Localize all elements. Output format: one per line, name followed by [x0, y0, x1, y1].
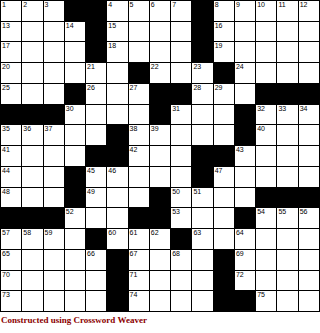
grid-cell[interactable]: [65, 250, 85, 270]
clue-number: 28: [193, 84, 201, 92]
grid-cell[interactable]: 16: [214, 22, 234, 42]
clue-number: 19: [215, 42, 223, 50]
black-cell: [86, 229, 106, 249]
grid-cell[interactable]: 33: [277, 105, 297, 125]
clue-number: 10: [257, 1, 265, 9]
grid-cell[interactable]: [256, 250, 276, 270]
clue-number: 31: [172, 105, 180, 113]
clue-number: 29: [215, 84, 223, 92]
grid-cell[interactable]: [44, 291, 64, 311]
grid-cell[interactable]: 65: [1, 250, 21, 270]
grid-cell[interactable]: [65, 63, 85, 83]
black-cell: [171, 84, 191, 104]
grid-cell[interactable]: [277, 291, 297, 311]
black-cell: [107, 146, 127, 166]
grid-cell[interactable]: [22, 42, 42, 62]
grid-cell[interactable]: [44, 250, 64, 270]
clue-number: 17: [2, 42, 10, 50]
black-cell: [86, 22, 106, 42]
grid-cell[interactable]: [44, 22, 64, 42]
grid-cell[interactable]: 59: [44, 229, 64, 249]
grid-cell[interactable]: [299, 229, 319, 249]
grid-cell[interactable]: [277, 229, 297, 249]
grid-cell[interactable]: [277, 125, 297, 145]
grid-cell[interactable]: [65, 125, 85, 145]
clue-number: 41: [2, 146, 10, 154]
grid-cell[interactable]: [22, 271, 42, 291]
grid-cell[interactable]: 38: [129, 125, 149, 145]
grid-cell[interactable]: 41: [1, 146, 21, 166]
grid-cell[interactable]: [150, 146, 170, 166]
clue-number: 25: [2, 84, 10, 92]
grid-cell[interactable]: [150, 22, 170, 42]
grid-cell[interactable]: [171, 42, 191, 62]
grid-cell[interactable]: 11: [277, 1, 297, 21]
grid-cell[interactable]: [235, 42, 255, 62]
grid-cell[interactable]: 54: [256, 208, 276, 228]
grid-cell[interactable]: 46: [107, 167, 127, 187]
grid-cell[interactable]: 28: [192, 84, 212, 104]
black-cell: [107, 271, 127, 291]
clue-number: 4: [108, 1, 112, 9]
clue-number: 8: [215, 1, 219, 9]
black-cell: [22, 105, 42, 125]
grid-cell[interactable]: 42: [129, 146, 149, 166]
grid-cell[interactable]: 44: [1, 167, 21, 187]
black-cell: [214, 250, 234, 270]
grid-cell[interactable]: [22, 84, 42, 104]
clue-number: 71: [130, 271, 138, 279]
clue-number: 50: [172, 188, 180, 196]
grid-cell[interactable]: [107, 188, 127, 208]
grid-cell[interactable]: 58: [22, 229, 42, 249]
credit-text: Constructed using Crossword Weaver: [1, 315, 320, 325]
grid-cell[interactable]: [44, 84, 64, 104]
grid-cell[interactable]: 37: [44, 125, 64, 145]
grid-cell[interactable]: 26: [86, 84, 106, 104]
clue-number: 11: [278, 1, 285, 9]
clue-number: 60: [108, 229, 116, 237]
clue-number: 49: [87, 188, 95, 196]
grid-cell[interactable]: [214, 229, 234, 249]
grid-cell[interactable]: [129, 188, 149, 208]
black-cell: [192, 1, 212, 21]
grid-cell[interactable]: [107, 105, 127, 125]
grid-cell[interactable]: 35: [1, 125, 21, 145]
grid-cell[interactable]: 15: [107, 22, 127, 42]
grid-cell[interactable]: 64: [235, 229, 255, 249]
grid-cell[interactable]: 30: [65, 105, 85, 125]
clue-number: 42: [130, 146, 138, 154]
black-cell: [129, 208, 149, 228]
clue-number: 43: [236, 146, 244, 154]
clue-number: 14: [66, 22, 74, 30]
grid-cell[interactable]: [256, 271, 276, 291]
grid-cell[interactable]: [44, 42, 64, 62]
clue-number: 38: [130, 125, 138, 133]
grid-cell[interactable]: [277, 63, 297, 83]
clue-number: 68: [172, 250, 180, 258]
clue-number: 22: [151, 63, 159, 71]
grid-cell[interactable]: 69: [235, 250, 255, 270]
clue-number: 48: [2, 188, 10, 196]
grid-cell[interactable]: 4: [107, 1, 127, 21]
grid-cell[interactable]: 53: [171, 208, 191, 228]
clue-number: 59: [45, 229, 53, 237]
clue-number: 2: [23, 1, 27, 9]
grid-cell[interactable]: 34: [299, 105, 319, 125]
grid-cell[interactable]: 74: [129, 291, 149, 311]
black-cell: [150, 188, 170, 208]
clue-number: 67: [130, 250, 138, 258]
clue-number: 69: [236, 250, 244, 258]
clue-number: 65: [2, 250, 10, 258]
black-cell: [235, 105, 255, 125]
grid-cell[interactable]: [150, 291, 170, 311]
black-cell: [192, 167, 212, 187]
clue-number: 36: [23, 125, 31, 133]
grid-cell[interactable]: 23: [192, 63, 212, 83]
grid-cell[interactable]: 50: [171, 188, 191, 208]
grid-cell[interactable]: 39: [150, 125, 170, 145]
clue-number: 64: [236, 229, 244, 237]
black-cell: [171, 229, 191, 249]
grid-cell[interactable]: [171, 291, 191, 311]
black-cell: [65, 1, 85, 21]
grid-cell[interactable]: 13: [1, 22, 21, 42]
clue-number: 23: [193, 63, 201, 71]
grid-cell[interactable]: [107, 63, 127, 83]
black-cell: [65, 84, 85, 104]
black-cell: [150, 84, 170, 104]
grid-cell[interactable]: [150, 167, 170, 187]
clue-number: 21: [87, 63, 95, 71]
grid-cell[interactable]: [277, 22, 297, 42]
grid-cell[interactable]: 12: [299, 1, 319, 21]
clue-number: 7: [172, 1, 176, 9]
clue-number: 75: [257, 291, 265, 299]
grid-cell[interactable]: 75: [256, 291, 276, 311]
grid-cell[interactable]: [22, 167, 42, 187]
grid-cell[interactable]: [235, 84, 255, 104]
black-cell: [256, 84, 276, 104]
grid-cell[interactable]: [299, 271, 319, 291]
grid-cell[interactable]: 5: [129, 1, 149, 21]
grid-cell[interactable]: [235, 167, 255, 187]
grid-cell[interactable]: [86, 208, 106, 228]
black-cell: [192, 22, 212, 42]
grid-cell[interactable]: [44, 188, 64, 208]
clue-number: 12: [300, 1, 308, 9]
grid-cell[interactable]: 10: [256, 1, 276, 21]
clue-number: 13: [2, 22, 10, 30]
black-cell: [65, 188, 85, 208]
grid-cell[interactable]: 14: [65, 22, 85, 42]
grid-cell[interactable]: [129, 167, 149, 187]
grid-cell[interactable]: [22, 22, 42, 42]
grid-cell[interactable]: [65, 229, 85, 249]
grid-cell[interactable]: [171, 63, 191, 83]
clue-number: 63: [193, 229, 201, 237]
clue-number: 35: [2, 125, 10, 133]
grid-cell[interactable]: 61: [129, 229, 149, 249]
grid-cell[interactable]: 57: [1, 229, 21, 249]
crossword-page: 1234567891011121314151617181920212223242…: [0, 0, 320, 333]
grid-cell[interactable]: 22: [150, 63, 170, 83]
clue-number: 46: [108, 167, 116, 175]
clue-number: 40: [257, 125, 265, 133]
black-cell: [277, 84, 297, 104]
grid-cell[interactable]: [299, 125, 319, 145]
black-cell: [1, 208, 21, 228]
grid-cell[interactable]: [65, 291, 85, 311]
grid-cell[interactable]: 43: [235, 146, 255, 166]
grid-cell[interactable]: [192, 291, 212, 311]
grid-cell[interactable]: 52: [65, 208, 85, 228]
grid-cell[interactable]: [299, 42, 319, 62]
clue-number: 24: [236, 63, 244, 71]
grid-cell[interactable]: 55: [277, 208, 297, 228]
grid-cell[interactable]: 66: [86, 250, 106, 270]
black-cell: [1, 105, 21, 125]
black-cell: [44, 208, 64, 228]
grid-cell[interactable]: [171, 167, 191, 187]
black-cell: [129, 63, 149, 83]
black-cell: [277, 188, 297, 208]
black-cell: [107, 291, 127, 311]
grid-cell[interactable]: [22, 146, 42, 166]
grid-cell[interactable]: [299, 22, 319, 42]
grid-cell[interactable]: 67: [129, 250, 149, 270]
grid-cell[interactable]: [44, 167, 64, 187]
grid-cell[interactable]: [277, 167, 297, 187]
grid-cell[interactable]: 1: [1, 1, 21, 21]
grid-cell[interactable]: [129, 22, 149, 42]
grid-cell[interactable]: [277, 271, 297, 291]
grid-cell[interactable]: [277, 146, 297, 166]
black-cell: [299, 84, 319, 104]
clue-number: 56: [300, 208, 308, 216]
grid-cell[interactable]: [150, 271, 170, 291]
black-cell: [192, 42, 212, 62]
black-cell: [86, 1, 106, 21]
black-cell: [65, 167, 85, 187]
black-cell: [107, 125, 127, 145]
black-cell: [299, 188, 319, 208]
grid-cell[interactable]: [107, 84, 127, 104]
grid-cell[interactable]: 68: [171, 250, 191, 270]
grid-cell[interactable]: [277, 250, 297, 270]
clue-number: 6: [151, 1, 155, 9]
clue-number: 70: [2, 271, 10, 279]
grid-cell[interactable]: 3: [44, 1, 64, 21]
grid-cell[interactable]: 25: [1, 84, 21, 104]
grid-cell[interactable]: [256, 146, 276, 166]
grid-cell[interactable]: 21: [86, 63, 106, 83]
clue-number: 73: [2, 291, 10, 299]
grid-cell[interactable]: [171, 271, 191, 291]
grid-cell[interactable]: [44, 146, 64, 166]
black-cell: [44, 105, 64, 125]
grid-cell[interactable]: 17: [1, 42, 21, 62]
grid-cell[interactable]: [171, 146, 191, 166]
grid-cell[interactable]: [129, 42, 149, 62]
grid-cell[interactable]: [256, 229, 276, 249]
black-cell: [22, 208, 42, 228]
clue-number: 33: [278, 105, 286, 113]
clue-number: 52: [66, 208, 74, 216]
grid-cell[interactable]: [256, 42, 276, 62]
grid-cell[interactable]: [277, 42, 297, 62]
grid-cell[interactable]: [150, 42, 170, 62]
grid-cell[interactable]: 51: [192, 188, 212, 208]
clue-number: 3: [45, 1, 49, 9]
black-cell: [107, 250, 127, 270]
grid-cell[interactable]: [299, 250, 319, 270]
grid-cell[interactable]: [171, 22, 191, 42]
clue-number: 27: [130, 84, 138, 92]
clue-number: 66: [87, 250, 95, 258]
clue-number: 47: [215, 167, 223, 175]
grid-cell[interactable]: [65, 146, 85, 166]
grid-cell[interactable]: [86, 271, 106, 291]
clue-number: 62: [151, 229, 159, 237]
grid-cell[interactable]: 73: [1, 291, 21, 311]
grid-cell[interactable]: 7: [171, 1, 191, 21]
grid-cell[interactable]: [299, 63, 319, 83]
grid-cell[interactable]: [214, 188, 234, 208]
clue-number: 32: [257, 105, 265, 113]
grid-cell[interactable]: [192, 271, 212, 291]
grid-cell[interactable]: [44, 271, 64, 291]
clue-number: 26: [87, 84, 95, 92]
grid-cell[interactable]: [235, 22, 255, 42]
grid-cell[interactable]: 2: [22, 1, 42, 21]
black-cell: [150, 105, 170, 125]
grid-cell[interactable]: [65, 42, 85, 62]
grid-cell[interactable]: 71: [129, 271, 149, 291]
black-cell: [235, 125, 255, 145]
grid-cell[interactable]: 72: [235, 271, 255, 291]
clue-number: 53: [172, 208, 180, 216]
clue-number: 44: [2, 167, 10, 175]
grid-cell[interactable]: 56: [299, 208, 319, 228]
clue-number: 30: [66, 105, 74, 113]
clue-number: 37: [45, 125, 53, 133]
grid-cell[interactable]: [214, 105, 234, 125]
grid-cell[interactable]: [171, 125, 191, 145]
grid-cell[interactable]: [299, 146, 319, 166]
black-cell: [214, 271, 234, 291]
clue-number: 54: [257, 208, 265, 216]
grid-cell[interactable]: [107, 208, 127, 228]
clue-number: 15: [108, 22, 116, 30]
grid-cell[interactable]: 6: [150, 1, 170, 21]
black-cell: [235, 291, 255, 311]
grid-cell[interactable]: 18: [107, 42, 127, 62]
grid-cell[interactable]: [299, 291, 319, 311]
clue-number: 61: [130, 229, 138, 237]
grid-cell[interactable]: [256, 22, 276, 42]
grid-cell[interactable]: [129, 105, 149, 125]
grid-cell[interactable]: 19: [214, 42, 234, 62]
grid-cell[interactable]: [86, 105, 106, 125]
clue-number: 20: [2, 63, 10, 71]
clue-number: 9: [236, 1, 240, 9]
clue-number: 45: [87, 167, 95, 175]
grid-cell[interactable]: [192, 105, 212, 125]
clue-number: 1: [2, 1, 6, 9]
grid-cell[interactable]: [22, 291, 42, 311]
grid-cell[interactable]: [65, 271, 85, 291]
crossword-grid: 1234567891011121314151617181920212223242…: [0, 0, 320, 312]
grid-cell[interactable]: 63: [192, 229, 212, 249]
black-cell: [214, 63, 234, 83]
grid-cell[interactable]: 32: [256, 105, 276, 125]
clue-number: 34: [300, 105, 308, 113]
grid-cell[interactable]: 36: [22, 125, 42, 145]
clue-number: 74: [130, 291, 138, 299]
grid-cell[interactable]: [192, 250, 212, 270]
grid-cell[interactable]: 9: [235, 1, 255, 21]
grid-cell[interactable]: [150, 250, 170, 270]
grid-cell[interactable]: 27: [129, 84, 149, 104]
grid-cell[interactable]: [192, 125, 212, 145]
clue-number: 72: [236, 271, 244, 279]
black-cell: [192, 146, 212, 166]
grid-cell[interactable]: [192, 208, 212, 228]
grid-cell[interactable]: [44, 63, 64, 83]
grid-cell[interactable]: [235, 188, 255, 208]
grid-cell[interactable]: 31: [171, 105, 191, 125]
grid-cell[interactable]: 40: [256, 125, 276, 145]
grid-cell[interactable]: 60: [107, 229, 127, 249]
grid-cell[interactable]: [22, 63, 42, 83]
clue-number: 58: [23, 229, 31, 237]
clue-number: 57: [2, 229, 10, 237]
black-cell: [86, 146, 106, 166]
grid-cell[interactable]: [214, 208, 234, 228]
black-cell: [256, 188, 276, 208]
grid-cell[interactable]: [86, 125, 106, 145]
grid-cell[interactable]: 8: [214, 1, 234, 21]
grid-cell[interactable]: [256, 167, 276, 187]
grid-cell[interactable]: [86, 291, 106, 311]
grid-cell[interactable]: [256, 63, 276, 83]
grid-cell[interactable]: [299, 167, 319, 187]
grid-cell[interactable]: 49: [86, 188, 106, 208]
clue-number: 16: [215, 22, 223, 30]
grid-cell[interactable]: [22, 250, 42, 270]
black-cell: [214, 291, 234, 311]
grid-cell[interactable]: 20: [1, 63, 21, 83]
grid-cell[interactable]: 62: [150, 229, 170, 249]
grid-cell[interactable]: 70: [1, 271, 21, 291]
clue-number: 39: [151, 125, 159, 133]
grid-cell[interactable]: [214, 125, 234, 145]
clue-number: 5: [130, 1, 134, 9]
grid-cell[interactable]: [22, 188, 42, 208]
grid-cell[interactable]: 47: [214, 167, 234, 187]
black-cell: [86, 42, 106, 62]
clue-number: 55: [278, 208, 286, 216]
grid-cell[interactable]: 29: [214, 84, 234, 104]
grid-cell[interactable]: 45: [86, 167, 106, 187]
clue-number: 18: [108, 42, 116, 50]
grid-cell[interactable]: 24: [235, 63, 255, 83]
black-cell: [150, 208, 170, 228]
grid-cell[interactable]: 48: [1, 188, 21, 208]
